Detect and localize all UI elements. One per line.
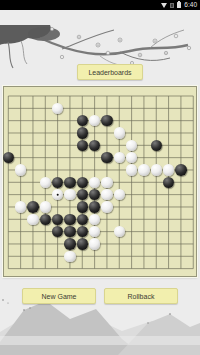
- stone-black[interactable]: [77, 214, 89, 226]
- ink-mountain-art: [0, 299, 200, 355]
- stone-black[interactable]: [64, 238, 76, 250]
- stone-black[interactable]: [77, 238, 89, 250]
- last-move-marker: [56, 193, 59, 196]
- status-time: 6:40: [184, 0, 197, 10]
- gomoku-board[interactable]: [3, 86, 197, 277]
- new-game-button[interactable]: New Game: [22, 288, 96, 304]
- stone-white[interactable]: [101, 201, 113, 213]
- stone-black[interactable]: [151, 140, 163, 152]
- stone-white[interactable]: [27, 214, 39, 226]
- new-game-label: New Game: [41, 293, 76, 300]
- stone-black[interactable]: [89, 201, 101, 213]
- stone-black[interactable]: [77, 201, 89, 213]
- stone-white[interactable]: [89, 238, 101, 250]
- stone-black[interactable]: [77, 140, 89, 152]
- stone-white[interactable]: [15, 164, 27, 176]
- stone-white[interactable]: [40, 201, 52, 213]
- stone-white[interactable]: [64, 189, 76, 201]
- stone-white[interactable]: [101, 177, 113, 189]
- stone-black[interactable]: [77, 177, 89, 189]
- stone-white[interactable]: [163, 164, 175, 176]
- stone-black[interactable]: [27, 201, 39, 213]
- stone-white[interactable]: [126, 164, 138, 176]
- leaderboards-button[interactable]: Leaderboards: [77, 64, 143, 80]
- stone-white[interactable]: [151, 164, 163, 176]
- stone-black[interactable]: [64, 177, 76, 189]
- stone-black[interactable]: [77, 127, 89, 139]
- rollback-label: Rollback: [128, 293, 155, 300]
- stone-white[interactable]: [101, 189, 113, 201]
- status-bar: 6:40: [0, 0, 200, 10]
- stone-white[interactable]: [64, 251, 76, 263]
- stone-black[interactable]: [64, 226, 76, 238]
- stone-black[interactable]: [175, 164, 187, 176]
- ink-branch-art: [0, 25, 191, 68]
- stone-white[interactable]: [138, 164, 150, 176]
- stone-black[interactable]: [101, 115, 113, 127]
- leaderboards-label: Leaderboards: [88, 69, 131, 76]
- stone-black[interactable]: [64, 214, 76, 226]
- stone-white[interactable]: [40, 177, 52, 189]
- stone-white[interactable]: [114, 127, 126, 139]
- app-screen: 6:40: [0, 0, 200, 355]
- stone-white[interactable]: [15, 201, 27, 213]
- stone-black[interactable]: [101, 152, 113, 164]
- wifi-icon: [161, 3, 167, 8]
- signal-icon: [170, 3, 174, 8]
- stone-black[interactable]: [40, 214, 52, 226]
- rollback-button[interactable]: Rollback: [104, 288, 178, 304]
- battery-icon: [177, 2, 181, 8]
